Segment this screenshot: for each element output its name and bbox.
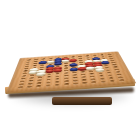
board-cell[interactable] — [62, 82, 71, 86]
hole — [46, 85, 50, 87]
hole — [101, 81, 106, 83]
peg-board — [6, 51, 136, 92]
hole — [74, 83, 78, 85]
hole — [64, 83, 68, 85]
hole — [92, 81, 96, 83]
board-cell[interactable] — [43, 84, 52, 88]
board-cell[interactable] — [116, 78, 127, 82]
hole — [18, 86, 23, 88]
board-cell[interactable] — [53, 83, 62, 87]
photo-scene — [0, 0, 140, 140]
hole — [37, 85, 41, 87]
board-cell[interactable] — [71, 82, 80, 86]
hole — [27, 86, 31, 88]
hole — [83, 82, 87, 84]
hole — [119, 79, 124, 81]
hole — [110, 80, 115, 82]
board-perspective-wrapper — [10, 9, 130, 129]
hole — [55, 84, 59, 86]
board-cell[interactable] — [34, 84, 44, 88]
